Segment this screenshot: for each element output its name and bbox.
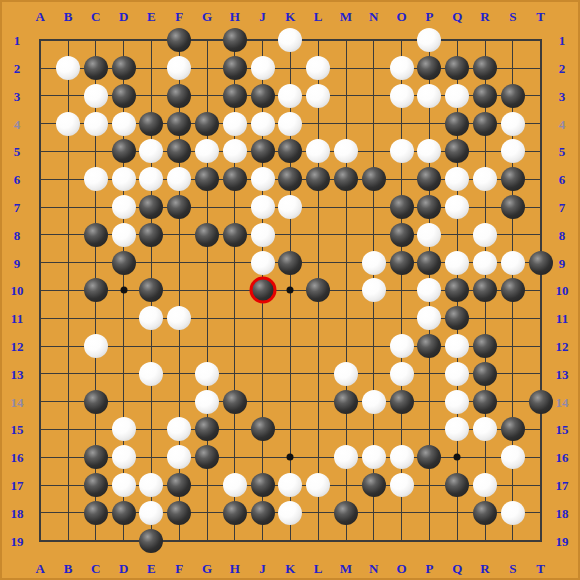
row-label-right: 13 xyxy=(556,367,569,380)
white-stone-N9 xyxy=(362,251,386,275)
white-stone-Q9 xyxy=(445,251,469,275)
row-label-left: 18 xyxy=(11,506,24,519)
row-label-right: 19 xyxy=(556,534,569,547)
white-stone-M5 xyxy=(334,139,358,163)
white-stone-E11 xyxy=(139,306,163,330)
black-stone-P6 xyxy=(417,167,441,191)
black-stone-H2 xyxy=(223,56,247,80)
black-stone-Q17 xyxy=(445,473,469,497)
white-stone-D17 xyxy=(112,473,136,497)
white-stone-D8 xyxy=(112,223,136,247)
white-stone-J7 xyxy=(251,195,275,219)
black-stone-S15 xyxy=(501,417,525,441)
white-stone-G13 xyxy=(195,362,219,386)
col-label-bottom: Q xyxy=(452,562,462,575)
row-label-right: 4 xyxy=(559,117,566,130)
black-stone-H6 xyxy=(223,167,247,191)
col-label-top: T xyxy=(536,10,545,23)
go-board[interactable]: AABBCCDDEEFFGGHHJJKKLLMMNNOOPPQQRRSSTT11… xyxy=(0,0,580,580)
col-label-top: O xyxy=(397,10,407,23)
black-stone-R13 xyxy=(473,362,497,386)
white-stone-O2 xyxy=(390,56,414,80)
white-stone-L3 xyxy=(306,84,330,108)
row-label-left: 5 xyxy=(14,145,21,158)
white-stone-S16 xyxy=(501,445,525,469)
row-label-left: 3 xyxy=(14,89,21,102)
white-stone-H5 xyxy=(223,139,247,163)
white-stone-M16 xyxy=(334,445,358,469)
row-label-right: 15 xyxy=(556,423,569,436)
col-label-top: H xyxy=(230,10,240,23)
col-label-top: R xyxy=(480,10,489,23)
col-label-bottom: S xyxy=(509,562,516,575)
white-stone-C12 xyxy=(84,334,108,358)
black-stone-E19 xyxy=(139,529,163,553)
row-label-left: 15 xyxy=(11,423,24,436)
row-label-left: 10 xyxy=(11,284,24,297)
row-label-right: 6 xyxy=(559,173,566,186)
white-stone-O13 xyxy=(390,362,414,386)
white-stone-J8 xyxy=(251,223,275,247)
black-stone-C10 xyxy=(84,278,108,302)
black-stone-Q11 xyxy=(445,306,469,330)
white-stone-Q12 xyxy=(445,334,469,358)
white-stone-O12 xyxy=(390,334,414,358)
black-stone-K6 xyxy=(278,167,302,191)
row-label-right: 17 xyxy=(556,479,569,492)
black-stone-F3 xyxy=(167,84,191,108)
black-stone-Q10 xyxy=(445,278,469,302)
black-stone-D5 xyxy=(112,139,136,163)
col-label-top: B xyxy=(64,10,73,23)
col-label-top: K xyxy=(285,10,295,23)
white-stone-N16 xyxy=(362,445,386,469)
black-stone-E7 xyxy=(139,195,163,219)
row-label-right: 8 xyxy=(559,228,566,241)
black-stone-S3 xyxy=(501,84,525,108)
white-stone-K1 xyxy=(278,28,302,52)
black-stone-D18 xyxy=(112,501,136,525)
white-stone-K7 xyxy=(278,195,302,219)
row-label-right: 16 xyxy=(556,451,569,464)
black-stone-C8 xyxy=(84,223,108,247)
white-stone-F16 xyxy=(167,445,191,469)
white-stone-D4 xyxy=(112,112,136,136)
black-stone-P9 xyxy=(417,251,441,275)
black-stone-G8 xyxy=(195,223,219,247)
black-stone-L6 xyxy=(306,167,330,191)
black-stone-H8 xyxy=(223,223,247,247)
col-label-bottom: R xyxy=(480,562,489,575)
white-stone-P11 xyxy=(417,306,441,330)
row-label-left: 6 xyxy=(14,173,21,186)
white-stone-S4 xyxy=(501,112,525,136)
black-stone-J15 xyxy=(251,417,275,441)
black-stone-G4 xyxy=(195,112,219,136)
black-stone-J5 xyxy=(251,139,275,163)
black-stone-C17 xyxy=(84,473,108,497)
black-stone-H18 xyxy=(223,501,247,525)
row-label-left: 9 xyxy=(14,256,21,269)
star-point xyxy=(287,454,294,461)
white-stone-D15 xyxy=(112,417,136,441)
col-label-bottom: A xyxy=(35,562,44,575)
black-stone-S7 xyxy=(501,195,525,219)
row-label-right: 12 xyxy=(556,340,569,353)
row-label-left: 7 xyxy=(14,201,21,214)
row-label-left: 4 xyxy=(14,117,21,130)
white-stone-P8 xyxy=(417,223,441,247)
black-stone-R3 xyxy=(473,84,497,108)
star-point xyxy=(120,287,127,294)
white-stone-J4 xyxy=(251,112,275,136)
white-stone-D6 xyxy=(112,167,136,191)
black-stone-L10 xyxy=(306,278,330,302)
go-app-window: AABBCCDDEEFFGGHHJJKKLLMMNNOOPPQQRRSSTT11… xyxy=(0,0,580,580)
col-label-bottom: N xyxy=(369,562,378,575)
black-stone-R14 xyxy=(473,390,497,414)
white-stone-E5 xyxy=(139,139,163,163)
white-stone-N14 xyxy=(362,390,386,414)
col-label-top: E xyxy=(147,10,156,23)
white-stone-Q6 xyxy=(445,167,469,191)
white-stone-O3 xyxy=(390,84,414,108)
white-stone-Q15 xyxy=(445,417,469,441)
star-point xyxy=(287,287,294,294)
black-stone-O8 xyxy=(390,223,414,247)
black-stone-R4 xyxy=(473,112,497,136)
row-label-left: 14 xyxy=(11,395,24,408)
col-label-top: F xyxy=(175,10,183,23)
black-stone-D9 xyxy=(112,251,136,275)
col-label-bottom: K xyxy=(285,562,295,575)
col-label-top: J xyxy=(259,10,266,23)
row-label-right: 2 xyxy=(559,62,566,75)
col-label-bottom: C xyxy=(91,562,100,575)
grid-line-vertical xyxy=(540,39,542,541)
col-label-top: A xyxy=(35,10,44,23)
col-label-bottom: M xyxy=(340,562,352,575)
black-stone-F17 xyxy=(167,473,191,497)
black-stone-R12 xyxy=(473,334,497,358)
col-label-bottom: H xyxy=(230,562,240,575)
col-label-bottom: O xyxy=(397,562,407,575)
col-label-bottom: T xyxy=(536,562,545,575)
black-stone-M18 xyxy=(334,501,358,525)
white-stone-H4 xyxy=(223,112,247,136)
star-point xyxy=(454,454,461,461)
white-stone-B4 xyxy=(56,112,80,136)
white-stone-Q7 xyxy=(445,195,469,219)
row-label-left: 1 xyxy=(14,34,21,47)
white-stone-Q13 xyxy=(445,362,469,386)
black-stone-O7 xyxy=(390,195,414,219)
white-stone-K18 xyxy=(278,501,302,525)
white-stone-S9 xyxy=(501,251,525,275)
white-stone-J2 xyxy=(251,56,275,80)
col-label-top: D xyxy=(119,10,128,23)
black-stone-P7 xyxy=(417,195,441,219)
row-label-left: 11 xyxy=(11,312,23,325)
white-stone-R17 xyxy=(473,473,497,497)
black-stone-F5 xyxy=(167,139,191,163)
black-stone-J18 xyxy=(251,501,275,525)
col-label-top: C xyxy=(91,10,100,23)
white-stone-E17 xyxy=(139,473,163,497)
col-label-top: G xyxy=(202,10,212,23)
white-stone-C6 xyxy=(84,167,108,191)
row-label-left: 13 xyxy=(11,367,24,380)
col-label-bottom: E xyxy=(147,562,156,575)
col-label-bottom: J xyxy=(259,562,266,575)
black-stone-Q5 xyxy=(445,139,469,163)
black-stone-N6 xyxy=(362,167,386,191)
row-label-right: 18 xyxy=(556,506,569,519)
white-stone-G14 xyxy=(195,390,219,414)
black-stone-D2 xyxy=(112,56,136,80)
col-label-bottom: D xyxy=(119,562,128,575)
black-stone-H3 xyxy=(223,84,247,108)
row-label-right: 14 xyxy=(556,395,569,408)
white-stone-E13 xyxy=(139,362,163,386)
black-stone-R18 xyxy=(473,501,497,525)
black-stone-Q2 xyxy=(445,56,469,80)
black-stone-G6 xyxy=(195,167,219,191)
white-stone-Q3 xyxy=(445,84,469,108)
row-label-left: 2 xyxy=(14,62,21,75)
black-stone-O9 xyxy=(390,251,414,275)
white-stone-F2 xyxy=(167,56,191,80)
black-stone-K5 xyxy=(278,139,302,163)
white-stone-M13 xyxy=(334,362,358,386)
row-label-left: 19 xyxy=(11,534,24,547)
row-label-right: 5 xyxy=(559,145,566,158)
white-stone-N10 xyxy=(362,278,386,302)
black-stone-P2 xyxy=(417,56,441,80)
black-stone-K9 xyxy=(278,251,302,275)
last-move-marker xyxy=(249,277,276,304)
black-stone-C14 xyxy=(84,390,108,414)
black-stone-T14 xyxy=(529,390,553,414)
white-stone-K4 xyxy=(278,112,302,136)
col-label-top: S xyxy=(509,10,516,23)
row-label-left: 8 xyxy=(14,228,21,241)
white-stone-E18 xyxy=(139,501,163,525)
col-label-top: P xyxy=(425,10,433,23)
black-stone-R2 xyxy=(473,56,497,80)
white-stone-R15 xyxy=(473,417,497,441)
black-stone-T9 xyxy=(529,251,553,275)
grid-line-horizontal xyxy=(39,540,541,542)
black-stone-F7 xyxy=(167,195,191,219)
row-label-right: 11 xyxy=(556,312,568,325)
black-stone-G16 xyxy=(195,445,219,469)
black-stone-J3 xyxy=(251,84,275,108)
black-stone-E8 xyxy=(139,223,163,247)
black-stone-F4 xyxy=(167,112,191,136)
white-stone-B2 xyxy=(56,56,80,80)
col-label-top: L xyxy=(314,10,323,23)
col-label-top: N xyxy=(369,10,378,23)
white-stone-K3 xyxy=(278,84,302,108)
black-stone-N17 xyxy=(362,473,386,497)
col-label-bottom: P xyxy=(425,562,433,575)
black-stone-F18 xyxy=(167,501,191,525)
white-stone-K17 xyxy=(278,473,302,497)
white-stone-L17 xyxy=(306,473,330,497)
white-stone-F15 xyxy=(167,417,191,441)
white-stone-O16 xyxy=(390,445,414,469)
col-label-bottom: F xyxy=(175,562,183,575)
white-stone-C4 xyxy=(84,112,108,136)
white-stone-P1 xyxy=(417,28,441,52)
white-stone-R9 xyxy=(473,251,497,275)
white-stone-D7 xyxy=(112,195,136,219)
col-label-bottom: G xyxy=(202,562,212,575)
col-label-top: M xyxy=(340,10,352,23)
row-label-left: 17 xyxy=(11,479,24,492)
black-stone-D3 xyxy=(112,84,136,108)
white-stone-L5 xyxy=(306,139,330,163)
black-stone-M6 xyxy=(334,167,358,191)
black-stone-G15 xyxy=(195,417,219,441)
black-stone-P12 xyxy=(417,334,441,358)
black-stone-E4 xyxy=(139,112,163,136)
white-stone-R8 xyxy=(473,223,497,247)
row-label-right: 9 xyxy=(559,256,566,269)
white-stone-E6 xyxy=(139,167,163,191)
white-stone-Q14 xyxy=(445,390,469,414)
black-stone-C2 xyxy=(84,56,108,80)
black-stone-S10 xyxy=(501,278,525,302)
white-stone-C3 xyxy=(84,84,108,108)
white-stone-H17 xyxy=(223,473,247,497)
white-stone-J9 xyxy=(251,251,275,275)
white-stone-S5 xyxy=(501,139,525,163)
white-stone-J6 xyxy=(251,167,275,191)
white-stone-L2 xyxy=(306,56,330,80)
white-stone-D16 xyxy=(112,445,136,469)
black-stone-M14 xyxy=(334,390,358,414)
col-label-top: Q xyxy=(452,10,462,23)
white-stone-G5 xyxy=(195,139,219,163)
black-stone-P16 xyxy=(417,445,441,469)
white-stone-S18 xyxy=(501,501,525,525)
row-label-right: 7 xyxy=(559,201,566,214)
col-label-bottom: B xyxy=(64,562,73,575)
white-stone-P3 xyxy=(417,84,441,108)
black-stone-C18 xyxy=(84,501,108,525)
white-stone-O17 xyxy=(390,473,414,497)
black-stone-O14 xyxy=(390,390,414,414)
white-stone-F6 xyxy=(167,167,191,191)
black-stone-H1 xyxy=(223,28,247,52)
row-label-right: 1 xyxy=(559,34,566,47)
row-label-right: 3 xyxy=(559,89,566,102)
white-stone-F11 xyxy=(167,306,191,330)
col-label-bottom: L xyxy=(314,562,323,575)
white-stone-R6 xyxy=(473,167,497,191)
white-stone-P5 xyxy=(417,139,441,163)
black-stone-R10 xyxy=(473,278,497,302)
black-stone-C16 xyxy=(84,445,108,469)
black-stone-Q4 xyxy=(445,112,469,136)
row-label-left: 12 xyxy=(11,340,24,353)
row-label-left: 16 xyxy=(11,451,24,464)
white-stone-O5 xyxy=(390,139,414,163)
black-stone-H14 xyxy=(223,390,247,414)
black-stone-J17 xyxy=(251,473,275,497)
white-stone-P10 xyxy=(417,278,441,302)
row-label-right: 10 xyxy=(556,284,569,297)
black-stone-E10 xyxy=(139,278,163,302)
black-stone-F1 xyxy=(167,28,191,52)
black-stone-S6 xyxy=(501,167,525,191)
